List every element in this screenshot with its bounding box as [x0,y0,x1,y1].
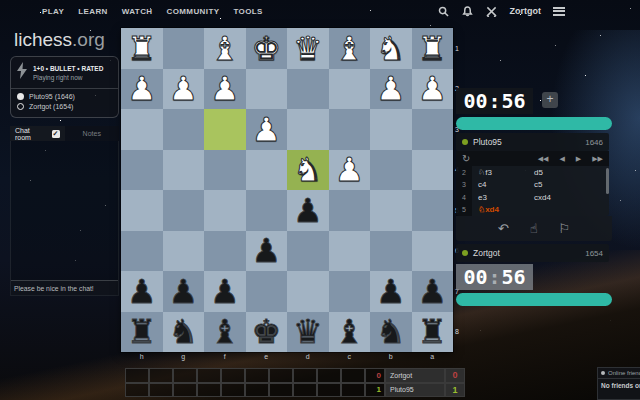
goto-prev-button[interactable]: ◀ [559,155,564,163]
square-f8[interactable]: ♝ [204,312,246,353]
square-g5[interactable] [163,190,205,231]
offer-draw-button[interactable]: ☝ [530,222,538,235]
chat-input[interactable]: Please be nice in the chat! [11,280,118,295]
square-a7[interactable]: ♟ [412,271,454,312]
online-friends-box: Online friends No friends online [597,367,640,400]
square-g7[interactable]: ♟ [163,271,205,312]
black-knight-g8[interactable]: ♞ [168,315,198,348]
square-g1[interactable] [163,28,205,69]
opponent-player-row[interactable]: Pluto95 1646 [456,133,609,151]
move-black[interactable]: c5 [530,180,609,189]
square-g4[interactable] [163,150,205,191]
move-white[interactable]: ♘f3 [472,168,530,177]
square-e1[interactable]: ♚ [246,28,288,69]
crosstable-empty-cell [125,368,149,383]
square-a1[interactable]: ♜ [412,28,454,69]
crosstable-empty-cell [173,383,197,398]
white-pawn-f2[interactable]: ♟ [210,72,240,105]
crosstable-empty-cell [197,383,221,398]
goto-first-button[interactable]: ◀◀ [538,155,549,163]
give-time-button[interactable]: + [542,92,558,108]
crosstable-player-name[interactable]: Zortgot [385,368,445,383]
crosstable-empty-cell [221,383,245,398]
white-piece-disc-icon [17,93,24,100]
crosstable-empty-cell [173,368,197,383]
crosstable-empty-cell [245,368,269,383]
crosstable-empty-cell [341,368,365,383]
crosstable-empty-cell [221,368,245,383]
game-status-label: Playing right now [33,74,103,81]
square-e7[interactable] [246,271,288,312]
crosstable-total-score: 0 [445,368,465,383]
square-e3[interactable]: ♟ [246,109,288,150]
crosstable: 0Zortgot01Pluto951 [125,368,465,397]
square-f6[interactable] [204,231,246,272]
player-time-bar [456,293,612,306]
square-a2[interactable]: ♟ [412,69,454,110]
nav-watch[interactable]: WATCH [122,7,153,16]
crosstable-empty-cell [269,368,293,383]
white-player-link[interactable]: Pluto95 (1646) [17,93,112,100]
square-b3[interactable] [370,109,412,150]
crosstable-total-score: 1 [445,383,465,398]
crosstable-last-result: 1 [365,383,385,398]
crosstable-empty-cell [149,383,173,398]
square-d2[interactable] [287,69,329,110]
file-label-b: b [370,353,412,360]
square-c8[interactable]: ♝ [329,312,371,353]
move-number: 4 [456,191,472,204]
white-pawn-g2[interactable]: ♟ [168,72,198,105]
square-c6[interactable] [329,231,371,272]
white-pawn-h2[interactable]: ♟ [127,72,157,105]
nav-tools[interactable]: TOOLS [233,7,262,16]
square-f5[interactable] [204,190,246,231]
square-a3[interactable] [412,109,454,150]
move-row: 4e3cxd4 [456,191,609,204]
move-row: 2♘f3d5 [456,166,609,179]
white-bishop-c1[interactable]: ♝ [334,32,364,65]
square-f1[interactable]: ♝ [204,28,246,69]
bell-icon[interactable] [462,5,474,17]
black-pawn-e6[interactable]: ♟ [251,234,281,267]
move-black[interactable]: d5 [530,168,609,177]
crosstable-empty-cell [269,383,293,398]
crosstable-empty-cell [149,368,173,383]
analysis-cycle-icon[interactable]: ↻ [462,153,470,164]
file-label-e: e [246,353,288,360]
top-navigation: PLAY LEARN WATCH COMMUNITY TOOLS Zortgot [0,0,640,22]
square-h4[interactable] [121,150,163,191]
move-number: 2 [456,166,472,179]
rank-label-1: 1 [455,28,459,69]
tab-chat-room[interactable]: Chat room ✓ [10,126,65,141]
opponent-clock: 00:56 [456,88,533,114]
square-e5[interactable] [246,190,288,231]
file-label-c: c [329,353,371,360]
square-h5[interactable] [121,190,163,231]
black-bishop-c8[interactable]: ♝ [334,315,364,348]
move-number: 5 [456,204,472,217]
square-c3[interactable] [329,109,371,150]
square-a5[interactable] [412,190,454,231]
nav-community[interactable]: COMMUNITY [167,7,220,16]
square-b7[interactable]: ♟ [370,271,412,312]
crosstable-empty-cell [125,383,149,398]
move-white[interactable]: ♘xd4 [472,205,530,214]
move-row: 3c4c5 [456,179,609,192]
movelist-scrollbar[interactable] [606,168,609,194]
search-icon[interactable] [438,5,450,17]
crosstable-empty-cell [341,383,365,398]
white-pawn-e3[interactable]: ♟ [251,113,281,146]
crosstable-row: 0Zortgot0 [125,368,465,383]
square-f7[interactable]: ♟ [204,271,246,312]
black-player-link[interactable]: Zortgot (1654) [17,103,112,110]
black-pawn-f7[interactable]: ♟ [210,275,240,308]
square-e6[interactable]: ♟ [246,231,288,272]
crosstable-empty-cell [317,368,341,383]
square-g6[interactable] [163,231,205,272]
file-label-d: d [287,353,329,360]
move-row: 5♘xd4 [456,204,609,217]
square-a8[interactable]: ♜ [412,312,454,353]
square-g3[interactable] [163,109,205,150]
move-white[interactable]: c4 [472,180,530,189]
black-king-e8[interactable]: ♚ [251,315,281,348]
chat-panel: Please be nice in the chat! [10,141,119,296]
nav-learn[interactable]: LEARN [78,7,108,16]
black-pawn-d5[interactable]: ♟ [293,194,323,227]
player-clock: 00:56 [456,264,533,290]
square-c5[interactable] [329,190,371,231]
square-b2[interactable]: ♟ [370,69,412,110]
bullet-lightning-icon [17,62,27,83]
tab-notes[interactable]: Notes [65,126,120,141]
square-e4[interactable] [246,150,288,191]
crosstable-player-name[interactable]: Pluto95 [385,383,445,398]
file-coordinates: hgfedcba [121,353,453,360]
square-h7[interactable]: ♟ [121,271,163,312]
square-d4[interactable]: ♞ [287,150,329,191]
file-label-f: f [204,353,246,360]
move-white[interactable]: e3 [472,193,530,202]
challenge-swords-icon[interactable] [486,5,498,17]
square-b8[interactable]: ♞ [370,312,412,353]
white-king-e1[interactable]: ♚ [251,32,281,65]
square-d5[interactable]: ♟ [287,190,329,231]
file-label-a: a [412,353,454,360]
black-pawn-g7[interactable]: ♟ [168,275,198,308]
square-d3[interactable] [287,109,329,150]
username-menu[interactable]: Zortgot [510,6,542,16]
resign-flag-button[interactable]: ⚐ [559,222,571,235]
square-g2[interactable]: ♟ [163,69,205,110]
square-h8[interactable]: ♜ [121,312,163,353]
white-knight-b1[interactable]: ♞ [376,32,406,65]
move-black[interactable]: cxd4 [530,193,609,202]
move-list: ↻ ◀◀◀▶▶▶ 2♘f3d53c4c54e3cxd45♘xd4 [456,151,609,216]
square-h3[interactable] [121,109,163,150]
square-b5[interactable] [370,190,412,231]
black-knight-b8[interactable]: ♞ [376,315,406,348]
square-e2[interactable] [246,69,288,110]
rank-label-8: 8 [455,312,459,353]
black-rook-h8[interactable]: ♜ [127,315,157,348]
online-dot-icon [462,250,468,256]
crosstable-empty-cell [293,383,317,398]
game-info-box: 1+0 • BULLET • RATED Playing right now P… [10,56,119,118]
online-dot-icon [462,139,468,145]
square-c1[interactable]: ♝ [329,28,371,69]
white-pawn-b2[interactable]: ♟ [376,72,406,105]
lichess-logo[interactable]: lichess.org [14,29,105,51]
black-queen-d8[interactable]: ♛ [293,315,323,348]
opponent-time-bar [456,117,612,130]
friends-dot-icon [601,371,605,375]
square-g8[interactable]: ♞ [163,312,205,353]
goto-next-button[interactable]: ▶ [576,155,581,163]
white-pawn-a2[interactable]: ♟ [417,72,447,105]
white-queen-d1[interactable]: ♛ [293,32,323,65]
crosstable-empty-cell [317,383,341,398]
square-e8[interactable]: ♚ [246,312,288,353]
square-a6[interactable] [412,231,454,272]
time-control-label: 1+0 • BULLET • RATED [33,65,103,72]
nav-play[interactable]: PLAY [42,7,64,16]
file-label-h: h [121,353,163,360]
file-label-g: g [163,353,205,360]
chess-board: ♜♝♚♛♝♞♜♟♟♟♟♟♟♞♟♟♟♟♟♟♟♟♜♞♝♚♛♝♞♜ [121,28,453,352]
square-f3[interactable] [204,109,246,150]
square-c7[interactable] [329,271,371,312]
black-rook-a8[interactable]: ♜ [417,315,447,348]
goto-last-button[interactable]: ▶▶ [592,155,603,163]
player-row[interactable]: Zortgot 1654 [456,244,609,262]
square-b1[interactable]: ♞ [370,28,412,69]
black-pawn-b7[interactable]: ♟ [376,275,406,308]
black-pawn-h7[interactable]: ♟ [127,275,157,308]
square-b4[interactable] [370,150,412,191]
white-bishop-f1[interactable]: ♝ [210,32,240,65]
square-d8[interactable]: ♛ [287,312,329,353]
move-number: 3 [456,179,472,192]
black-bishop-f8[interactable]: ♝ [210,315,240,348]
crosstable-empty-cell [197,368,221,383]
square-a4[interactable] [412,150,454,191]
white-knight-d4[interactable]: ♞ [293,153,323,186]
crosstable-last-result: 0 [365,368,385,383]
square-d7[interactable] [287,271,329,312]
hamburger-menu-icon[interactable] [553,7,565,16]
square-c2[interactable] [329,69,371,110]
crosstable-empty-cell [245,383,269,398]
white-pawn-c4[interactable]: ♟ [334,153,364,186]
square-f4[interactable] [204,150,246,191]
square-c4[interactable]: ♟ [329,150,371,191]
black-pawn-a7[interactable]: ♟ [417,275,447,308]
crosstable-empty-cell [293,368,317,383]
white-rook-h1[interactable]: ♜ [127,32,157,65]
crosstable-row: 1Pluto951 [125,383,465,398]
square-h6[interactable] [121,231,163,272]
square-f2[interactable]: ♟ [204,69,246,110]
square-h1[interactable]: ♜ [121,28,163,69]
chat-toggle-checkbox[interactable]: ✓ [52,130,60,138]
square-d1[interactable]: ♛ [287,28,329,69]
takeback-button[interactable]: ↶ [498,222,509,235]
white-rook-a1[interactable]: ♜ [417,32,447,65]
square-h2[interactable]: ♟ [121,69,163,110]
square-d6[interactable] [287,231,329,272]
square-b6[interactable] [370,231,412,272]
black-piece-disc-icon [17,103,24,110]
